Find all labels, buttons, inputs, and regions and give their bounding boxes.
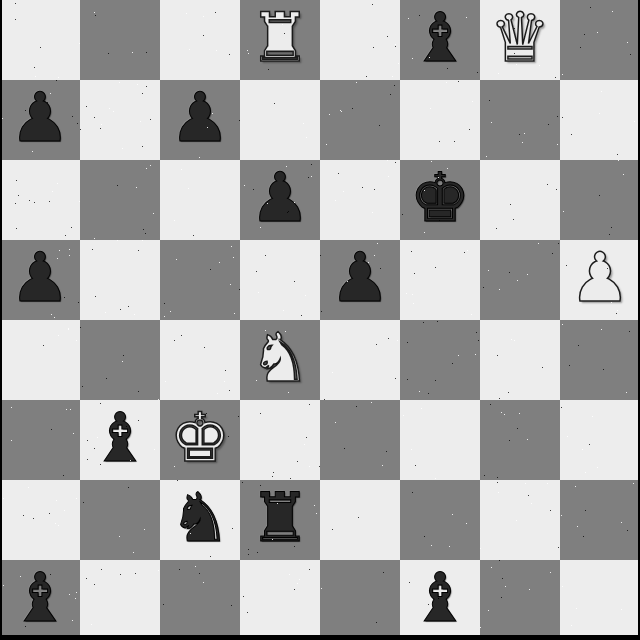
square-a7[interactable]: ♟ <box>0 80 80 160</box>
square-h3[interactable] <box>560 400 640 480</box>
square-d5[interactable] <box>240 240 320 320</box>
square-f8[interactable]: ♝ <box>400 0 480 80</box>
square-h8[interactable] <box>560 0 640 80</box>
square-b6[interactable] <box>80 160 160 240</box>
square-h2[interactable] <box>560 480 640 560</box>
square-e6[interactable] <box>320 160 400 240</box>
square-f5[interactable] <box>400 240 480 320</box>
square-f7[interactable] <box>400 80 480 160</box>
square-g3[interactable] <box>480 400 560 480</box>
square-d4[interactable]: ♞ <box>240 320 320 400</box>
white-king[interactable]: ♚ <box>170 398 231 478</box>
square-d3[interactable] <box>240 400 320 480</box>
square-b1[interactable] <box>80 560 160 640</box>
black-king[interactable]: ♚ <box>410 158 471 238</box>
square-c1[interactable] <box>160 560 240 640</box>
square-b5[interactable] <box>80 240 160 320</box>
square-d6[interactable]: ♟ <box>240 160 320 240</box>
square-e8[interactable] <box>320 0 400 80</box>
square-e2[interactable] <box>320 480 400 560</box>
square-a1[interactable]: ♝ <box>0 560 80 640</box>
square-b7[interactable] <box>80 80 160 160</box>
square-g1[interactable] <box>480 560 560 640</box>
square-c8[interactable] <box>160 0 240 80</box>
black-knight[interactable]: ♞ <box>170 478 231 558</box>
square-a3[interactable] <box>0 400 80 480</box>
black-bishop[interactable]: ♝ <box>410 558 471 638</box>
square-f3[interactable] <box>400 400 480 480</box>
white-rook[interactable]: ♜ <box>250 0 311 78</box>
white-queen[interactable]: ♛ <box>490 0 551 78</box>
square-d1[interactable] <box>240 560 320 640</box>
black-pawn[interactable]: ♟ <box>170 78 231 158</box>
square-b8[interactable] <box>80 0 160 80</box>
black-rook[interactable]: ♜ <box>250 478 311 558</box>
square-b4[interactable] <box>80 320 160 400</box>
white-knight[interactable]: ♞ <box>250 318 311 398</box>
square-b2[interactable] <box>80 480 160 560</box>
black-pawn[interactable]: ♟ <box>10 78 71 158</box>
square-e5[interactable]: ♟ <box>320 240 400 320</box>
square-g8[interactable]: ♛ <box>480 0 560 80</box>
square-g7[interactable] <box>480 80 560 160</box>
square-c4[interactable] <box>160 320 240 400</box>
square-a2[interactable] <box>0 480 80 560</box>
square-c6[interactable] <box>160 160 240 240</box>
black-pawn[interactable]: ♟ <box>330 238 391 318</box>
square-e1[interactable] <box>320 560 400 640</box>
white-pawn[interactable]: ♟ <box>570 238 631 318</box>
square-h5[interactable]: ♟ <box>560 240 640 320</box>
square-d2[interactable]: ♜ <box>240 480 320 560</box>
square-g5[interactable] <box>480 240 560 320</box>
square-c2[interactable]: ♞ <box>160 480 240 560</box>
square-h4[interactable] <box>560 320 640 400</box>
square-a8[interactable] <box>0 0 80 80</box>
square-h1[interactable] <box>560 560 640 640</box>
square-b3[interactable]: ♝ <box>80 400 160 480</box>
chess-board: ♜♝♛♟♟♟♚♟♟♟♞♝♚♞♜♝♝ <box>0 0 640 640</box>
square-e7[interactable] <box>320 80 400 160</box>
black-bishop[interactable]: ♝ <box>90 398 151 478</box>
square-g6[interactable] <box>480 160 560 240</box>
square-c5[interactable] <box>160 240 240 320</box>
black-bishop[interactable]: ♝ <box>10 558 71 638</box>
square-e4[interactable] <box>320 320 400 400</box>
black-pawn[interactable]: ♟ <box>10 238 71 318</box>
square-f1[interactable]: ♝ <box>400 560 480 640</box>
square-c7[interactable]: ♟ <box>160 80 240 160</box>
square-f4[interactable] <box>400 320 480 400</box>
square-g4[interactable] <box>480 320 560 400</box>
black-bishop[interactable]: ♝ <box>410 0 471 78</box>
square-d8[interactable]: ♜ <box>240 0 320 80</box>
square-h6[interactable] <box>560 160 640 240</box>
square-a6[interactable] <box>0 160 80 240</box>
square-f2[interactable] <box>400 480 480 560</box>
square-a5[interactable]: ♟ <box>0 240 80 320</box>
square-h7[interactable] <box>560 80 640 160</box>
chess-board-wrapper: ♜♝♛♟♟♟♚♟♟♟♞♝♚♞♜♝♝ <box>0 0 640 640</box>
square-f6[interactable]: ♚ <box>400 160 480 240</box>
black-pawn[interactable]: ♟ <box>250 158 311 238</box>
square-a4[interactable] <box>0 320 80 400</box>
square-d7[interactable] <box>240 80 320 160</box>
square-g2[interactable] <box>480 480 560 560</box>
square-e3[interactable] <box>320 400 400 480</box>
square-c3[interactable]: ♚ <box>160 400 240 480</box>
